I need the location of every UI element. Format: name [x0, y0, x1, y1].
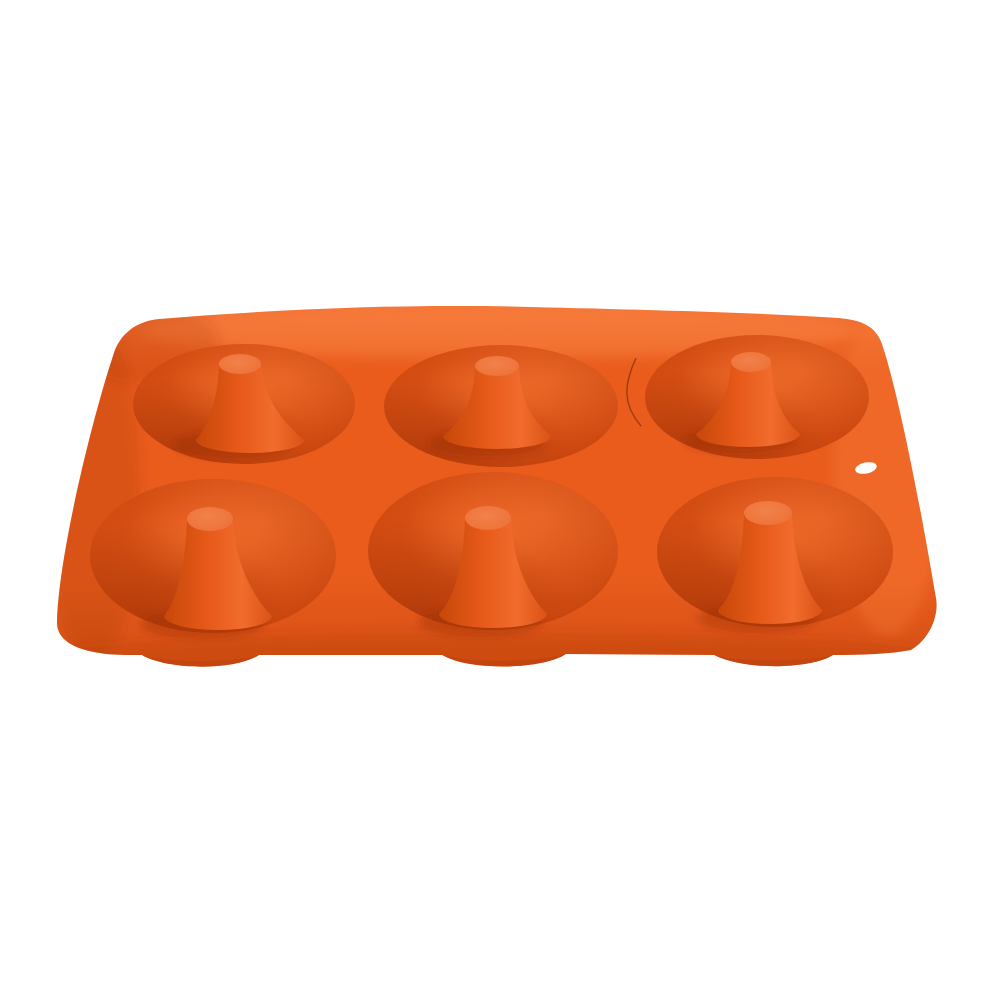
cone-top: [187, 507, 233, 531]
cone-top: [731, 352, 771, 372]
cone-top: [475, 356, 519, 376]
cone-top: [744, 501, 792, 525]
donut-mold-photo: [0, 0, 1000, 1000]
cavity-row1-col1: [133, 344, 355, 464]
cavity-row1-col3: [645, 335, 869, 459]
photo-canvas: [0, 0, 1000, 1000]
cone-top: [219, 354, 261, 374]
cone-top: [465, 506, 511, 530]
cavity-row1-col2: [384, 345, 618, 467]
